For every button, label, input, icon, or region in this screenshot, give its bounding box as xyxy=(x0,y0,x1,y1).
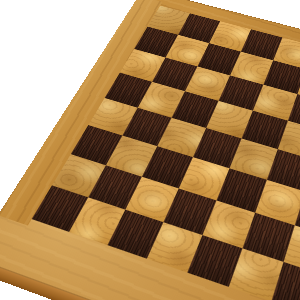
product-photo-stage xyxy=(0,0,300,300)
chess-board xyxy=(24,2,300,300)
